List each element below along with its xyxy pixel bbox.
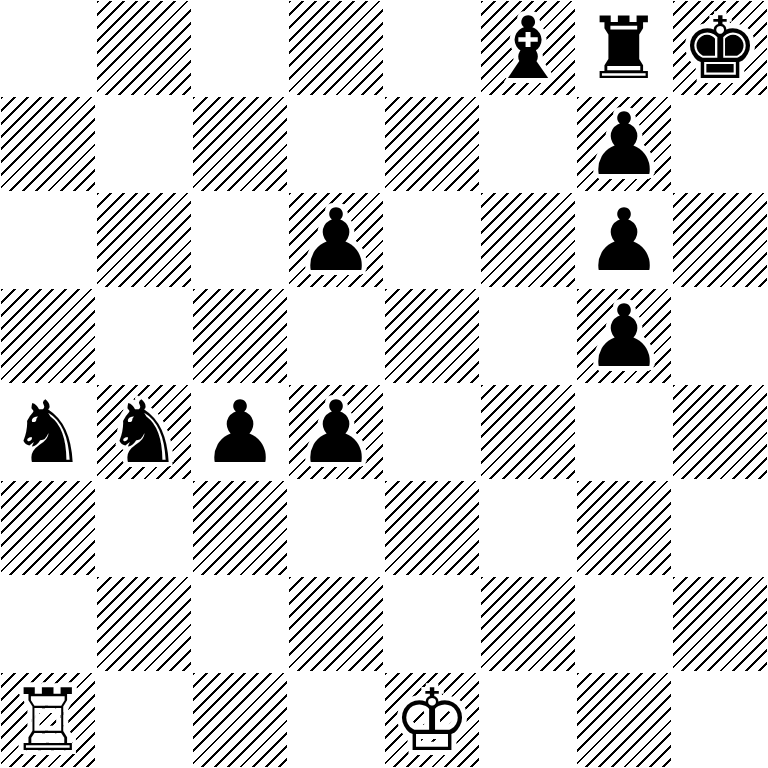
square-b4[interactable]: ♞ <box>96 384 192 480</box>
piece-black-pawn[interactable]: ♟ <box>297 192 374 288</box>
square-b3[interactable] <box>96 480 192 576</box>
piece-black-bishop[interactable]: ♝ <box>489 0 566 96</box>
square-f3[interactable] <box>480 480 576 576</box>
square-c1[interactable] <box>192 672 288 768</box>
square-b8[interactable] <box>96 0 192 96</box>
square-c2[interactable] <box>192 576 288 672</box>
square-h2[interactable] <box>672 576 768 672</box>
square-a6[interactable] <box>0 192 96 288</box>
square-d5[interactable] <box>288 288 384 384</box>
square-f6[interactable] <box>480 192 576 288</box>
chessboard: ♝♜♚♟♟♟♟♞♞♟♟♖♔ <box>0 0 768 768</box>
square-a5[interactable] <box>0 288 96 384</box>
square-h6[interactable] <box>672 192 768 288</box>
square-f5[interactable] <box>480 288 576 384</box>
square-b6[interactable] <box>96 192 192 288</box>
square-g3[interactable] <box>576 480 672 576</box>
square-h7[interactable] <box>672 96 768 192</box>
square-d1[interactable] <box>288 672 384 768</box>
piece-white-rook[interactable]: ♖ <box>9 672 86 768</box>
square-c3[interactable] <box>192 480 288 576</box>
piece-black-pawn[interactable]: ♟ <box>585 288 662 384</box>
square-f2[interactable] <box>480 576 576 672</box>
piece-black-knight[interactable]: ♞ <box>9 384 86 480</box>
square-d8[interactable] <box>288 0 384 96</box>
square-a3[interactable] <box>0 480 96 576</box>
square-d3[interactable] <box>288 480 384 576</box>
square-d2[interactable] <box>288 576 384 672</box>
square-g8[interactable]: ♜ <box>576 0 672 96</box>
square-c6[interactable] <box>192 192 288 288</box>
square-d7[interactable] <box>288 96 384 192</box>
square-f4[interactable] <box>480 384 576 480</box>
square-e1[interactable]: ♔ <box>384 672 480 768</box>
piece-black-knight[interactable]: ♞ <box>105 384 182 480</box>
square-c4[interactable]: ♟ <box>192 384 288 480</box>
square-e8[interactable] <box>384 0 480 96</box>
piece-white-king[interactable]: ♔ <box>393 672 470 768</box>
square-f1[interactable] <box>480 672 576 768</box>
square-c5[interactable] <box>192 288 288 384</box>
square-e7[interactable] <box>384 96 480 192</box>
square-b7[interactable] <box>96 96 192 192</box>
square-g4[interactable] <box>576 384 672 480</box>
chess-diagram: ♝♜♚♟♟♟♟♞♞♟♟♖♔ <box>0 0 768 768</box>
piece-black-pawn[interactable]: ♟ <box>201 384 278 480</box>
square-g7[interactable]: ♟ <box>576 96 672 192</box>
square-e3[interactable] <box>384 480 480 576</box>
square-c7[interactable] <box>192 96 288 192</box>
piece-black-pawn[interactable]: ♟ <box>297 384 374 480</box>
square-c8[interactable] <box>192 0 288 96</box>
square-b1[interactable] <box>96 672 192 768</box>
piece-black-king[interactable]: ♚ <box>681 0 758 96</box>
square-f8[interactable]: ♝ <box>480 0 576 96</box>
square-h1[interactable] <box>672 672 768 768</box>
piece-black-pawn[interactable]: ♟ <box>585 96 662 192</box>
square-e5[interactable] <box>384 288 480 384</box>
square-a1[interactable]: ♖ <box>0 672 96 768</box>
square-a2[interactable] <box>0 576 96 672</box>
square-d4[interactable]: ♟ <box>288 384 384 480</box>
square-h8[interactable]: ♚ <box>672 0 768 96</box>
square-e2[interactable] <box>384 576 480 672</box>
square-g6[interactable]: ♟ <box>576 192 672 288</box>
square-a8[interactable] <box>0 0 96 96</box>
square-h3[interactable] <box>672 480 768 576</box>
square-e6[interactable] <box>384 192 480 288</box>
square-h4[interactable] <box>672 384 768 480</box>
square-g2[interactable] <box>576 576 672 672</box>
square-e4[interactable] <box>384 384 480 480</box>
square-g5[interactable]: ♟ <box>576 288 672 384</box>
square-a4[interactable]: ♞ <box>0 384 96 480</box>
piece-black-pawn[interactable]: ♟ <box>585 192 662 288</box>
piece-black-rook[interactable]: ♜ <box>585 0 662 96</box>
square-g1[interactable] <box>576 672 672 768</box>
square-h5[interactable] <box>672 288 768 384</box>
square-d6[interactable]: ♟ <box>288 192 384 288</box>
square-b5[interactable] <box>96 288 192 384</box>
square-b2[interactable] <box>96 576 192 672</box>
square-f7[interactable] <box>480 96 576 192</box>
square-a7[interactable] <box>0 96 96 192</box>
